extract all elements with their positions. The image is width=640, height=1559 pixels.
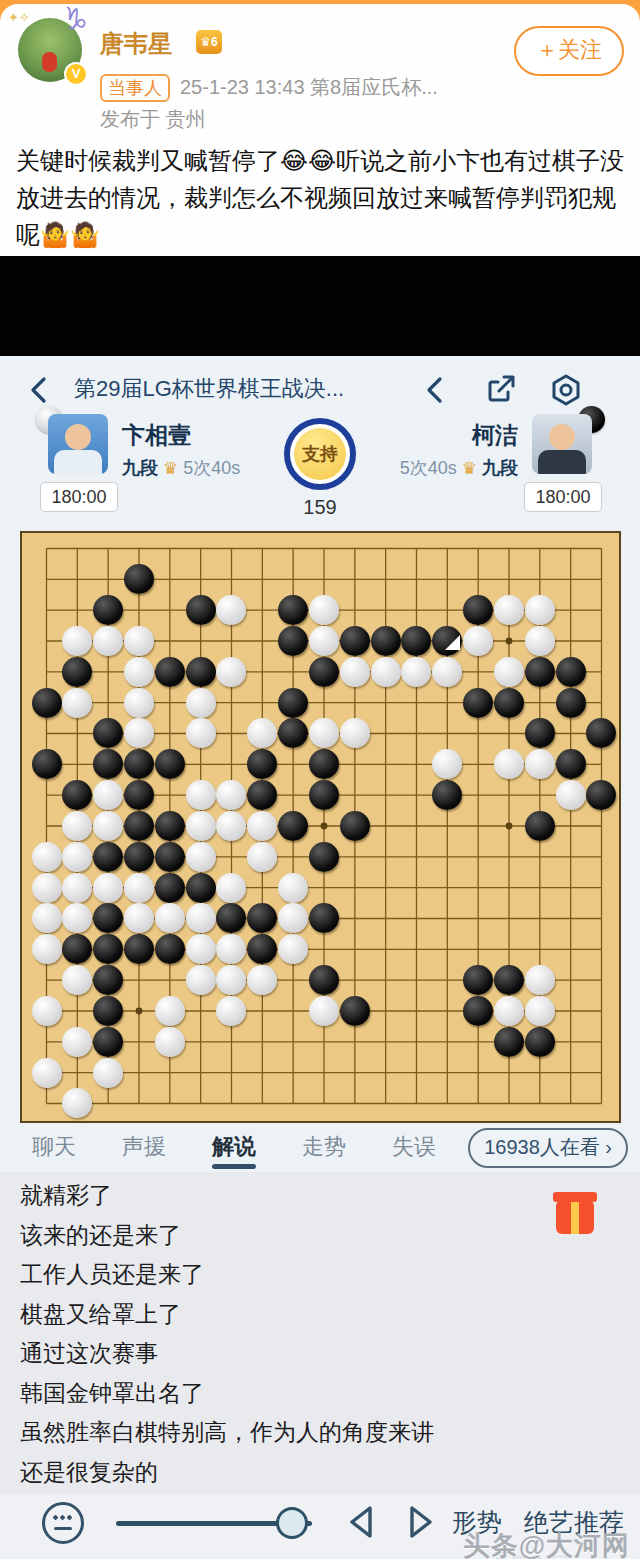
white-stone bbox=[494, 657, 524, 687]
next-move-icon[interactable] bbox=[400, 1502, 440, 1542]
white-stone bbox=[155, 1027, 185, 1057]
black-stone bbox=[309, 842, 339, 872]
tab-声援[interactable]: 声援 bbox=[122, 1132, 166, 1162]
go-board[interactable] bbox=[20, 531, 621, 1123]
chat-line: 还是很复杂的 bbox=[20, 1457, 158, 1488]
video-letterbox bbox=[0, 256, 640, 356]
left-byoyomi: 5次40s bbox=[183, 458, 240, 478]
tab-解说[interactable]: 解说 bbox=[212, 1132, 256, 1162]
white-stone bbox=[432, 657, 462, 687]
black-stone bbox=[463, 688, 493, 718]
black-stone bbox=[124, 842, 154, 872]
white-stone bbox=[124, 657, 154, 687]
app-header: 第29届LG杯世界棋王战决... bbox=[0, 364, 640, 414]
white-stone bbox=[32, 842, 62, 872]
white-stone bbox=[32, 1058, 62, 1088]
back-icon[interactable] bbox=[22, 372, 58, 408]
chat-line: 该来的还是来了 bbox=[20, 1220, 181, 1251]
black-stone bbox=[371, 626, 401, 656]
black-stone bbox=[556, 688, 586, 718]
black-stone bbox=[556, 657, 586, 687]
black-stone bbox=[155, 811, 185, 841]
white-stone bbox=[32, 873, 62, 903]
white-stone bbox=[216, 873, 246, 903]
white-stone bbox=[247, 842, 277, 872]
black-stone bbox=[309, 780, 339, 810]
right-player-rank: 5次40s ♛ 九段 bbox=[400, 456, 518, 480]
viewers-pill[interactable]: 16938人在看 › bbox=[468, 1128, 628, 1168]
white-stone bbox=[525, 626, 555, 656]
white-stone bbox=[525, 996, 555, 1026]
chat-line: 工作人员还是来了 bbox=[20, 1259, 204, 1290]
black-stone bbox=[278, 626, 308, 656]
white-stone bbox=[278, 873, 308, 903]
prev-move-icon[interactable] bbox=[342, 1502, 382, 1542]
white-stone bbox=[186, 934, 216, 964]
left-player-clock: 180:00 bbox=[40, 482, 118, 512]
white-stone bbox=[32, 996, 62, 1026]
black-stone bbox=[186, 595, 216, 625]
right-player-name: 柯洁 bbox=[472, 420, 518, 451]
white-stone bbox=[186, 718, 216, 748]
white-stone bbox=[371, 657, 401, 687]
black-stone bbox=[340, 811, 370, 841]
party-tag: 当事人 bbox=[100, 74, 170, 102]
white-stone bbox=[32, 934, 62, 964]
white-stone bbox=[556, 780, 586, 810]
white-stone bbox=[186, 688, 216, 718]
white-stone bbox=[494, 996, 524, 1026]
avatar-sparkle-icon: ✦✧ bbox=[8, 10, 30, 25]
right-byoyomi: 5次40s bbox=[400, 458, 457, 478]
black-stone bbox=[186, 873, 216, 903]
chat-line: 棋盘又给罩上了 bbox=[20, 1299, 181, 1330]
last-move-marker bbox=[445, 635, 460, 650]
left-player-avatar[interactable] bbox=[48, 414, 108, 474]
right-player-avatar[interactable] bbox=[532, 414, 592, 474]
watermark-ghost: @唐韦星 bbox=[490, 1552, 570, 1559]
commentary-panel: 就精彩了该来的还是来了工作人员还是来了棋盘又给罩上了通过这次赛事韩国金钟罩出名了… bbox=[0, 1172, 640, 1494]
tab-bar: 16938人在看 › 聊天声援解说走势失误 bbox=[0, 1128, 640, 1172]
white-stone bbox=[309, 595, 339, 625]
crown-icon: ♛ bbox=[462, 459, 477, 478]
black-stone bbox=[155, 749, 185, 779]
move-slider-knob[interactable] bbox=[276, 1507, 308, 1539]
black-stone bbox=[124, 780, 154, 810]
gift-icon[interactable] bbox=[556, 1200, 594, 1234]
black-stone bbox=[309, 657, 339, 687]
support-button-label: 支持 bbox=[294, 428, 346, 480]
white-stone bbox=[93, 1058, 123, 1088]
white-stone bbox=[186, 811, 216, 841]
tab-失误[interactable]: 失误 bbox=[392, 1132, 436, 1162]
crown-icon: ♛ bbox=[163, 459, 178, 478]
chat-line: 通过这次赛事 bbox=[20, 1338, 158, 1369]
white-stone bbox=[525, 595, 555, 625]
white-stone bbox=[186, 780, 216, 810]
watch-target-icon[interactable] bbox=[548, 372, 584, 408]
timestamp-topic[interactable]: 25-1-23 13:43 第8届应氏杯... bbox=[180, 76, 438, 98]
black-stone bbox=[155, 934, 185, 964]
black-stone bbox=[556, 749, 586, 779]
white-stone bbox=[186, 842, 216, 872]
left-rank-label: 九段 bbox=[122, 458, 158, 478]
white-stone bbox=[124, 873, 154, 903]
chat-line: 韩国金钟罩出名了 bbox=[20, 1378, 204, 1409]
white-stone bbox=[124, 688, 154, 718]
white-stone bbox=[309, 626, 339, 656]
white-stone bbox=[309, 996, 339, 1026]
black-stone bbox=[155, 873, 185, 903]
active-tab-underline bbox=[212, 1164, 256, 1169]
tab-走势[interactable]: 走势 bbox=[302, 1132, 346, 1162]
white-stone bbox=[525, 965, 555, 995]
black-stone bbox=[494, 1027, 524, 1057]
white-stone bbox=[62, 842, 92, 872]
black-stone bbox=[62, 657, 92, 687]
tab-聊天[interactable]: 聊天 bbox=[32, 1132, 76, 1162]
white-stone bbox=[93, 873, 123, 903]
share-icon[interactable] bbox=[484, 372, 520, 408]
black-stone bbox=[525, 1027, 555, 1057]
post-meta: 当事人25-1-23 13:43 第8届应氏杯... bbox=[100, 74, 438, 100]
black-stone bbox=[340, 996, 370, 1026]
black-stone bbox=[463, 996, 493, 1026]
black-stone bbox=[155, 657, 185, 687]
support-count: 159 bbox=[284, 496, 356, 519]
black-stone bbox=[32, 688, 62, 718]
black-stone bbox=[93, 842, 123, 872]
black-stone bbox=[278, 811, 308, 841]
black-stone bbox=[32, 749, 62, 779]
chat-line: 就精彩了 bbox=[20, 1180, 112, 1211]
black-stone bbox=[340, 626, 370, 656]
collapse-chevron-icon[interactable] bbox=[418, 372, 454, 408]
white-stone bbox=[155, 996, 185, 1026]
black-stone bbox=[124, 811, 154, 841]
post-location: 发布于 贵州 bbox=[100, 106, 206, 133]
capricorn-icon: ♑ bbox=[59, 0, 93, 39]
black-stone bbox=[155, 842, 185, 872]
black-stone bbox=[309, 965, 339, 995]
white-stone bbox=[186, 965, 216, 995]
left-player-name: 卞相壹 bbox=[122, 420, 191, 451]
white-stone bbox=[124, 626, 154, 656]
white-stone bbox=[62, 873, 92, 903]
white-stone bbox=[340, 657, 370, 687]
username[interactable]: 唐韦星 bbox=[100, 28, 172, 60]
left-player-rank: 九段 ♛ 5次40s bbox=[122, 456, 240, 480]
white-stone bbox=[93, 626, 123, 656]
support-button[interactable]: 支持 bbox=[284, 418, 356, 490]
white-stone bbox=[62, 1027, 92, 1057]
white-stone bbox=[93, 811, 123, 841]
go-broadcast-screenshot: 第29届LG杯世界棋王战决... 卞相壹 九段 ♛ 5次40s 180:00 支… bbox=[0, 356, 640, 1559]
vip-crown-badge: ♛6 bbox=[196, 30, 222, 54]
black-stone bbox=[525, 811, 555, 841]
black-stone bbox=[93, 996, 123, 1026]
black-stone bbox=[93, 1027, 123, 1057]
black-stone bbox=[525, 657, 555, 687]
white-stone bbox=[32, 903, 62, 933]
black-stone bbox=[186, 657, 216, 687]
post-text: 关键时候裁判又喊暂停了😂😂听说之前小卞也有过棋子没放进去的情况，裁判怎么不视频回… bbox=[16, 142, 626, 253]
weibo-card: ✦✧ ♑ V 唐韦星 ♛6 ＋关注 当事人25-1-23 13:43 第8届应氏… bbox=[0, 4, 640, 1559]
white-stone bbox=[463, 626, 493, 656]
right-rank-label: 九段 bbox=[482, 458, 518, 478]
white-stone bbox=[186, 903, 216, 933]
follow-button[interactable]: ＋关注 bbox=[514, 26, 624, 76]
verified-badge: V bbox=[64, 62, 88, 86]
match-title: 第29届LG杯世界棋王战决... bbox=[74, 374, 344, 404]
black-stone bbox=[494, 688, 524, 718]
white-stone bbox=[62, 688, 92, 718]
black-stone bbox=[494, 965, 524, 995]
white-stone bbox=[525, 749, 555, 779]
emoji-keyboard-icon[interactable] bbox=[42, 1502, 84, 1544]
white-stone bbox=[494, 595, 524, 625]
black-stone bbox=[278, 688, 308, 718]
right-player-clock: 180:00 bbox=[524, 482, 602, 512]
chat-line: 虽然胜率白棋特别高，作为人的角度来讲 bbox=[20, 1417, 434, 1448]
